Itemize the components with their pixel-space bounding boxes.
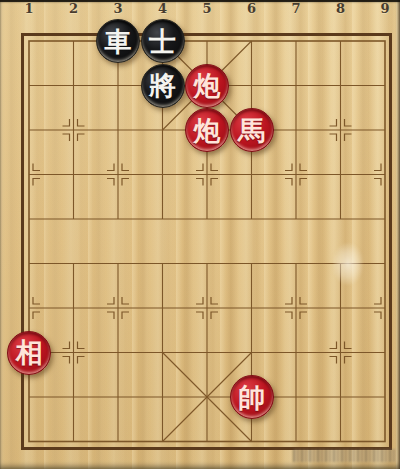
piece-red-cannon-1[interactable]: 炮 [185,64,229,108]
piece-red-cannon-2[interactable]: 炮 [185,108,229,152]
piece-black-chariot[interactable]: 車 [96,19,140,63]
xiangqi-board: 123456789 車士將炮炮馬相帥 [0,0,400,469]
piece-red-elephant[interactable]: 相 [7,331,51,375]
piece-red-horse[interactable]: 馬 [230,108,274,152]
piece-black-general[interactable]: 將 [141,64,185,108]
piece-red-general[interactable]: 帥 [230,375,274,419]
piece-black-advisor[interactable]: 士 [141,19,185,63]
piece-grid[interactable]: 車士將炮炮馬相帥 [7,19,400,464]
